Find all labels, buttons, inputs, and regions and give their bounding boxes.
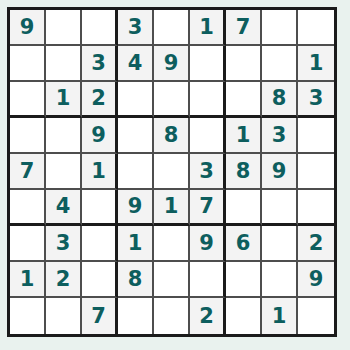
sudoku-board: 9317349112839813713894917319621289721 [7,7,337,337]
cell-r5c9[interactable] [298,154,334,190]
cell-r3c2: 1 [46,82,82,118]
cell-r3c9: 3 [298,82,334,118]
cell-r6c1[interactable] [10,190,46,226]
cell-r4c6[interactable] [190,118,226,154]
cell-r8c9: 9 [298,262,334,298]
cell-r9c3: 7 [82,298,118,334]
cell-r4c5: 8 [154,118,190,154]
cell-r6c3[interactable] [82,190,118,226]
cell-r7c3[interactable] [82,226,118,262]
cell-r5c3: 1 [82,154,118,190]
cell-r1c1: 9 [10,10,46,46]
cell-r7c4: 1 [118,226,154,262]
cell-r7c6: 9 [190,226,226,262]
cell-r6c5: 1 [154,190,190,226]
cell-r3c3: 2 [82,82,118,118]
cell-r4c7: 1 [226,118,262,154]
cell-r6c9[interactable] [298,190,334,226]
cell-r5c1: 7 [10,154,46,190]
cell-r3c7[interactable] [226,82,262,118]
cell-r8c2: 2 [46,262,82,298]
cell-r2c6[interactable] [190,46,226,82]
cell-r7c2: 3 [46,226,82,262]
cell-r2c5: 9 [154,46,190,82]
sudoku-board-wrapper: 9317349112839813713894917319621289721 [7,7,337,337]
cell-r3c4[interactable] [118,82,154,118]
cell-r8c4: 8 [118,262,154,298]
cell-r1c6: 1 [190,10,226,46]
cell-r5c2[interactable] [46,154,82,190]
cell-r5c6: 3 [190,154,226,190]
cell-r8c8[interactable] [262,262,298,298]
cell-r6c2: 4 [46,190,82,226]
cell-r1c4: 3 [118,10,154,46]
cell-r2c4: 4 [118,46,154,82]
cell-r4c4[interactable] [118,118,154,154]
cell-r2c8[interactable] [262,46,298,82]
cell-r5c7: 8 [226,154,262,190]
cell-r2c2[interactable] [46,46,82,82]
cell-r3c6[interactable] [190,82,226,118]
cell-r7c5[interactable] [154,226,190,262]
cell-r6c6: 7 [190,190,226,226]
cell-r9c1[interactable] [10,298,46,334]
cell-r2c3: 3 [82,46,118,82]
cell-r9c7[interactable] [226,298,262,334]
cell-r3c1[interactable] [10,82,46,118]
cell-r9c9[interactable] [298,298,334,334]
cell-r8c1: 1 [10,262,46,298]
cell-r4c9[interactable] [298,118,334,154]
cell-r8c7[interactable] [226,262,262,298]
cell-r6c7[interactable] [226,190,262,226]
cell-r3c8: 8 [262,82,298,118]
cell-r1c7: 7 [226,10,262,46]
cell-r9c2[interactable] [46,298,82,334]
cell-r4c1[interactable] [10,118,46,154]
cell-r1c5[interactable] [154,10,190,46]
cell-r6c8[interactable] [262,190,298,226]
cell-r4c3: 9 [82,118,118,154]
cell-r4c8: 3 [262,118,298,154]
cell-r8c6[interactable] [190,262,226,298]
cell-r1c8[interactable] [262,10,298,46]
cell-r7c7: 6 [226,226,262,262]
cell-r7c9: 2 [298,226,334,262]
cell-r8c5[interactable] [154,262,190,298]
cell-r4c2[interactable] [46,118,82,154]
cell-r7c8[interactable] [262,226,298,262]
cell-r5c5[interactable] [154,154,190,190]
cell-r1c3[interactable] [82,10,118,46]
cell-r9c8: 1 [262,298,298,334]
cell-r3c5[interactable] [154,82,190,118]
cell-r1c9[interactable] [298,10,334,46]
cell-r1c2[interactable] [46,10,82,46]
cell-r7c1[interactable] [10,226,46,262]
cell-r5c8: 9 [262,154,298,190]
cell-r6c4: 9 [118,190,154,226]
cell-r5c4[interactable] [118,154,154,190]
cell-r9c5[interactable] [154,298,190,334]
cell-r9c6: 2 [190,298,226,334]
cell-r2c7[interactable] [226,46,262,82]
cell-r2c1[interactable] [10,46,46,82]
cell-r2c9: 1 [298,46,334,82]
cell-r9c4[interactable] [118,298,154,334]
cell-r8c3[interactable] [82,262,118,298]
